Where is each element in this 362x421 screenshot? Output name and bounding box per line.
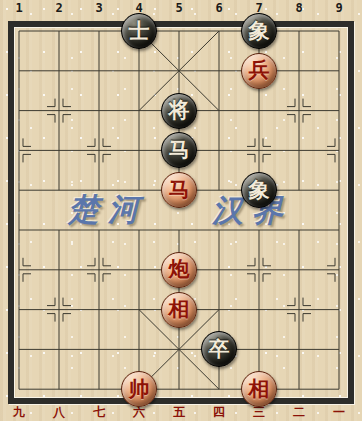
black-elephant[interactable]: 象	[241, 13, 277, 49]
file-label-top-2: 2	[51, 1, 67, 15]
black-elephant[interactable]: 象	[241, 172, 277, 208]
red-general[interactable]: 帅	[121, 371, 157, 407]
piece-glyph: 兵	[249, 60, 270, 81]
file-label-bottom-3: 七	[91, 404, 107, 421]
red-cannon[interactable]: 炮	[161, 252, 197, 288]
file-label-bottom-9: 一	[331, 404, 347, 421]
piece-glyph: 士	[129, 21, 150, 42]
piece-glyph: 将	[169, 100, 190, 121]
red-soldier[interactable]: 兵	[241, 53, 277, 89]
file-label-bottom-2: 八	[51, 404, 67, 421]
red-elephant[interactable]: 相	[161, 292, 197, 328]
piece-glyph: 相	[169, 299, 190, 320]
xiangqi-board[interactable]: 楚河 汉界 123456789 九八七六五四三二一 士象兵将马马象炮相卒帅相	[0, 0, 362, 421]
file-label-bottom-1: 九	[11, 404, 27, 421]
file-label-bottom-5: 五	[171, 404, 187, 421]
file-label-top-5: 5	[171, 1, 187, 15]
piece-glyph: 马	[169, 180, 190, 201]
file-label-top-3: 3	[91, 1, 107, 15]
river-label-left: 楚河	[68, 189, 148, 231]
file-label-top-9: 9	[331, 1, 347, 15]
piece-glyph: 相	[249, 379, 270, 400]
black-general[interactable]: 将	[161, 93, 197, 129]
piece-glyph: 帅	[129, 379, 150, 400]
file-label-top-1: 1	[11, 1, 27, 15]
piece-glyph: 马	[169, 140, 190, 161]
red-horse[interactable]: 马	[161, 172, 197, 208]
red-elephant[interactable]: 相	[241, 371, 277, 407]
piece-glyph: 象	[249, 21, 270, 42]
file-label-bottom-8: 二	[291, 404, 307, 421]
file-label-top-6: 6	[211, 1, 227, 15]
black-advisor[interactable]: 士	[121, 13, 157, 49]
piece-glyph: 象	[249, 180, 270, 201]
file-label-bottom-6: 四	[211, 404, 227, 421]
piece-glyph: 卒	[209, 339, 230, 360]
board-frame	[8, 21, 354, 404]
piece-glyph: 炮	[169, 259, 190, 280]
file-label-top-8: 8	[291, 1, 307, 15]
